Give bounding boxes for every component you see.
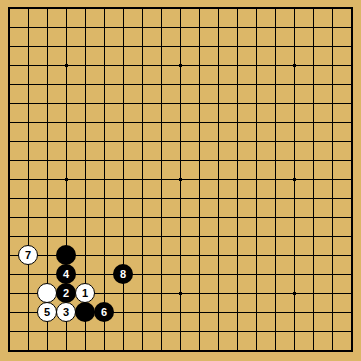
go-board-diagram: 74821536 — [0, 0, 361, 361]
stone-white-b6: 7 — [18, 245, 38, 265]
stone-white-c4 — [37, 283, 57, 303]
stone-black-d5: 4 — [56, 264, 76, 284]
stone-black-g5: 8 — [113, 264, 133, 284]
stone-black-d4: 2 — [56, 283, 76, 303]
stone-black-e3 — [75, 302, 95, 322]
stone-black-f3: 6 — [94, 302, 114, 322]
stone-white-d3: 3 — [56, 302, 76, 322]
stone-white-e4: 1 — [75, 283, 95, 303]
stones-layer: 74821536 — [0, 0, 361, 360]
stone-white-c3: 5 — [37, 302, 57, 322]
stone-black-d6 — [56, 245, 76, 265]
